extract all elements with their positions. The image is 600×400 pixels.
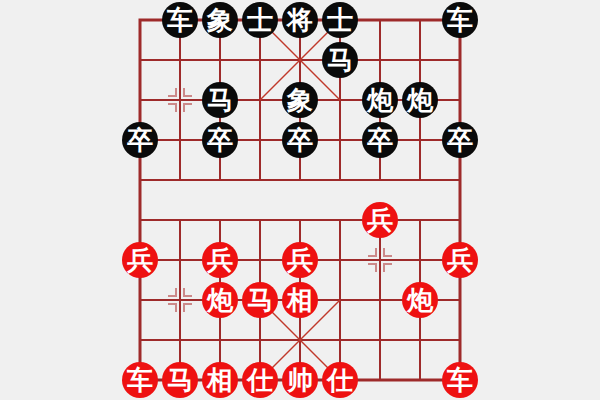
piece-black-pawn-f7r4[interactable]: 卒 (362, 122, 398, 158)
piece-red-pawn-f5r7[interactable]: 兵 (282, 242, 318, 278)
piece-red-general-f5r10[interactable]: 帅 (282, 362, 318, 398)
piece-red-pawn-f1r7[interactable]: 兵 (122, 242, 158, 278)
piece-black-rook-f2r1[interactable]: 车 (162, 2, 198, 38)
piece-red-cannon-f8r8[interactable]: 炮 (402, 282, 438, 318)
piece-black-rook-f9r1[interactable]: 车 (442, 2, 478, 38)
piece-black-elephant-f3r1[interactable]: 象 (202, 2, 238, 38)
piece-black-horse-f6r2[interactable]: 马 (322, 42, 358, 78)
piece-black-cannon-f7r3[interactable]: 炮 (362, 82, 398, 118)
piece-red-rook-f1r10[interactable]: 车 (122, 362, 158, 398)
piece-black-horse-f3r3[interactable]: 马 (202, 82, 238, 118)
piece-black-pawn-f1r4[interactable]: 卒 (122, 122, 158, 158)
piece-red-pawn-f9r7[interactable]: 兵 (442, 242, 478, 278)
piece-red-pawn-f7r6[interactable]: 兵 (362, 202, 398, 238)
piece-red-horse-f2r10[interactable]: 马 (162, 362, 198, 398)
piece-red-rook-f9r10[interactable]: 车 (442, 362, 478, 398)
piece-black-pawn-f9r4[interactable]: 卒 (442, 122, 478, 158)
piece-red-horse-f4r8[interactable]: 马 (242, 282, 278, 318)
piece-red-advisor-f4r10[interactable]: 仕 (242, 362, 278, 398)
piece-black-cannon-f8r3[interactable]: 炮 (402, 82, 438, 118)
piece-black-elephant-f5r3[interactable]: 象 (282, 82, 318, 118)
piece-black-pawn-f3r4[interactable]: 卒 (202, 122, 238, 158)
piece-red-elephant-f5r8[interactable]: 相 (282, 282, 318, 318)
piece-red-advisor-f6r10[interactable]: 仕 (322, 362, 358, 398)
xiangqi-game-screen: 车象士将士车马马象炮炮卒卒卒卒卒兵兵兵兵兵炮马相炮车马相仕帅仕车 (0, 0, 600, 400)
piece-black-advisor-f4r1[interactable]: 士 (242, 2, 278, 38)
piece-black-pawn-f5r4[interactable]: 卒 (282, 122, 318, 158)
piece-black-general-f5r1[interactable]: 将 (282, 2, 318, 38)
piece-black-advisor-f6r1[interactable]: 士 (322, 2, 358, 38)
piece-red-cannon-f3r8[interactable]: 炮 (202, 282, 238, 318)
piece-red-elephant-f3r10[interactable]: 相 (202, 362, 238, 398)
xiangqi-board[interactable]: 车象士将士车马马象炮炮卒卒卒卒卒兵兵兵兵兵炮马相炮车马相仕帅仕车 (120, 0, 480, 400)
piece-red-pawn-f3r7[interactable]: 兵 (202, 242, 238, 278)
